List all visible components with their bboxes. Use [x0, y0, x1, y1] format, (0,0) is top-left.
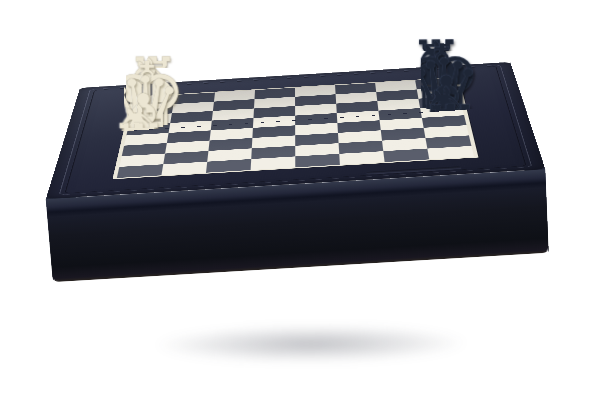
square-a6[interactable] [339, 151, 384, 165]
square-h6[interactable] [335, 83, 376, 94]
piece-white-rook-a1[interactable]: ♜ [116, 58, 162, 175]
square-a4[interactable] [251, 156, 296, 170]
product-photo: ♜♞♝♛♚♝♞♜♟♟♟♟♟♟♟♟♟♟♟♟♟♟♟♟♜♞♝♛♚♝♞♜ [0, 0, 600, 400]
brand-emboss [366, 166, 461, 174]
square-g3[interactable] [213, 99, 255, 111]
square-f4[interactable] [253, 106, 295, 118]
chess-board: ♜♞♝♛♚♝♞♜♟♟♟♟♟♟♟♟♟♟♟♟♟♟♟♟♜♞♝♛♚♝♞♜ [112, 77, 478, 179]
square-f5[interactable] [295, 104, 337, 116]
square-h3[interactable] [214, 90, 255, 102]
square-g5[interactable] [295, 94, 336, 106]
square-f3[interactable] [212, 108, 254, 120]
square-g4[interactable] [254, 97, 295, 109]
square-f6[interactable] [336, 101, 378, 113]
piece-black-rook-a8[interactable]: ♜ [428, 39, 474, 156]
scene-tilt: ♜♞♝♛♚♝♞♜♟♟♟♟♟♟♟♟♟♟♟♟♟♟♟♟♜♞♝♛♚♝♞♜ [0, 0, 600, 400]
square-h4[interactable] [255, 88, 296, 99]
black-rook-icon: ♜ [421, 96, 482, 163]
square-d4[interactable] [252, 125, 295, 138]
square-a5[interactable] [295, 154, 340, 168]
square-a3[interactable] [206, 159, 251, 173]
ground-shadow [93, 316, 529, 372]
square-h5[interactable] [295, 85, 336, 96]
square-g6[interactable] [336, 92, 378, 104]
chess-box: ♜♞♝♛♚♝♞♜♟♟♟♟♟♟♟♟♟♟♟♟♟♟♟♟♜♞♝♛♚♝♞♜ [53, 135, 549, 283]
piece-white-pawn-a2[interactable]: ♟ [161, 55, 207, 172]
